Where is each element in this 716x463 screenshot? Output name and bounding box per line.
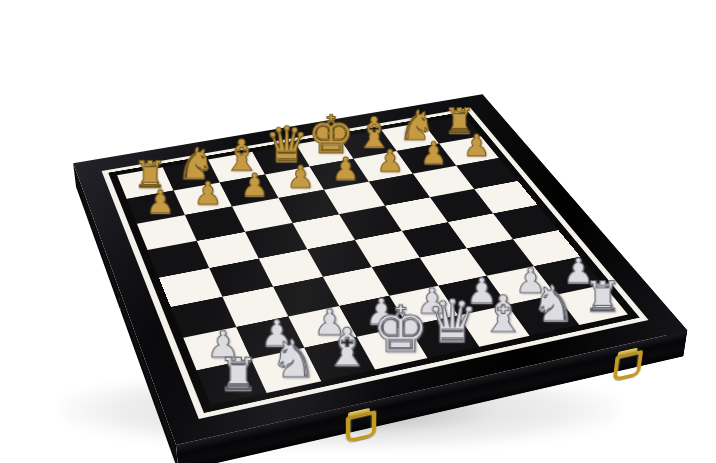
product-photo-scene: ♜♞♝♛♚♝♞♜♟♟♟♟♟♟♟♟♟♟♟♟♟♟♟♟♜♞♝♚♛♝♞♜ — [0, 0, 716, 463]
piece-gold-pawn[interactable]: ♟ — [332, 153, 360, 184]
piece-silver-bishop[interactable]: ♝ — [324, 321, 371, 373]
piece-gold-pawn[interactable]: ♟ — [376, 145, 404, 176]
piece-silver-knight[interactable]: ♞ — [270, 332, 317, 385]
piece-silver-knight[interactable]: ♞ — [531, 278, 576, 328]
piece-gold-pawn[interactable]: ♟ — [463, 130, 490, 160]
piece-silver-rook[interactable]: ♜ — [583, 276, 621, 318]
piece-gold-pawn[interactable]: ♟ — [194, 177, 223, 209]
piece-gold-pawn[interactable]: ♟ — [420, 138, 447, 169]
piece-silver-king[interactable]: ♚ — [372, 298, 429, 362]
piece-gold-pawn[interactable]: ♟ — [286, 161, 314, 192]
piece-gold-pawn[interactable]: ♟ — [146, 186, 175, 218]
square-b6[interactable] — [185, 207, 245, 241]
piece-silver-bishop[interactable]: ♝ — [481, 289, 526, 340]
square-h4[interactable] — [493, 205, 558, 239]
piece-silver-rook[interactable]: ♜ — [218, 352, 258, 397]
square-a1[interactable]: ♜ — [197, 359, 267, 405]
piece-gold-pawn[interactable]: ♟ — [240, 169, 268, 201]
piece-silver-queen[interactable]: ♛ — [426, 292, 479, 351]
brass-latch-right[interactable] — [613, 350, 644, 382]
